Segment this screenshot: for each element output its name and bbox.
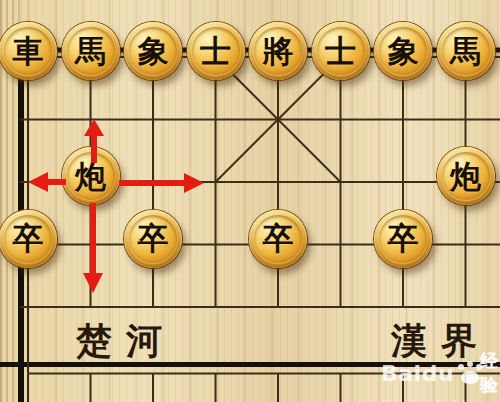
watermark-url: jingyan.baidu.com — [381, 398, 500, 402]
watermark-suffix-text: 经验 — [480, 349, 500, 397]
baidu-paw-icon — [457, 361, 477, 385]
cannon-move-arrows — [0, 0, 500, 402]
baidu-watermark: Baidu 经验 jingyan.baidu.com — [381, 349, 500, 402]
xiangqi-board-screenshot: 車馬象士將士象馬炮炮卒卒卒卒 楚河 漢界 Baidu 经验 jingyan.ba… — [0, 0, 500, 402]
watermark-brand-text: Baidu — [381, 361, 454, 386]
